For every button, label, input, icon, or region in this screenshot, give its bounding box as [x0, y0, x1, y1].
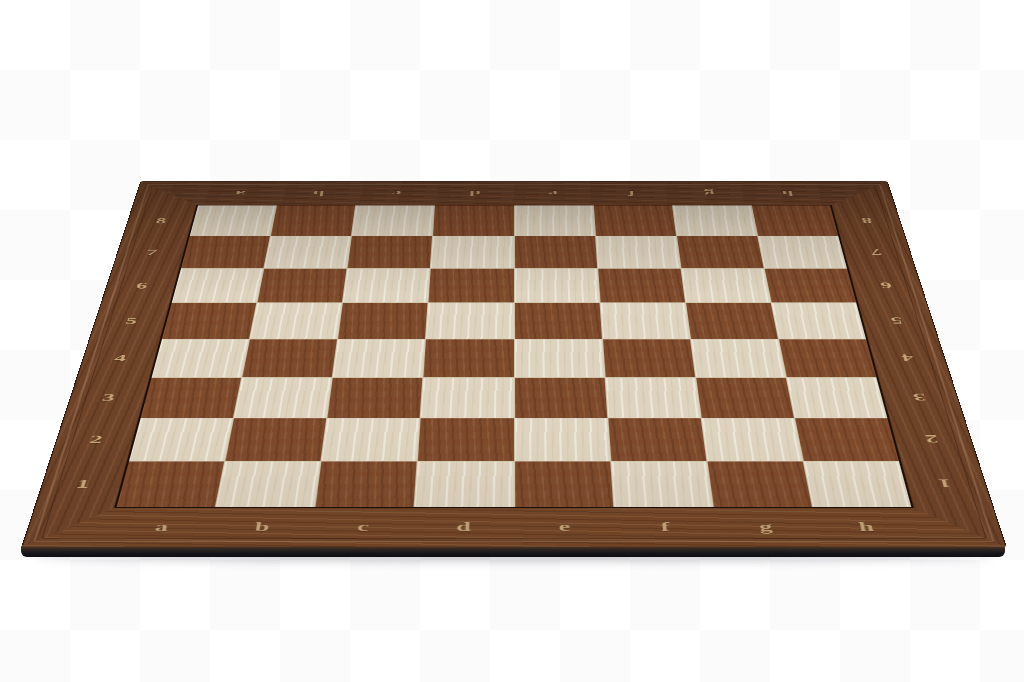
rank-label-right-5: 5 — [857, 303, 937, 339]
square-e8[interactable] — [514, 205, 594, 235]
square-a2[interactable] — [129, 418, 233, 461]
file-label-top-e: e — [514, 182, 593, 205]
square-f6[interactable] — [598, 269, 685, 303]
file-label-bottom-b: b — [208, 507, 315, 546]
square-b2[interactable] — [225, 418, 326, 461]
file-label-bottom-h: h — [812, 507, 922, 546]
square-d3[interactable] — [421, 378, 513, 418]
square-a7[interactable] — [181, 236, 270, 268]
file-label-bottom-g: g — [713, 507, 820, 546]
rank-label-right-4: 4 — [867, 339, 949, 377]
square-h3[interactable] — [787, 378, 888, 418]
square-b3[interactable] — [234, 378, 332, 418]
square-a8[interactable] — [190, 205, 276, 235]
square-f2[interactable] — [608, 418, 706, 461]
square-c3[interactable] — [328, 378, 423, 418]
file-label-bottom-e: e — [514, 507, 616, 546]
rank-label-left-1: 1 — [37, 461, 128, 507]
square-c5[interactable] — [338, 303, 428, 339]
square-a6[interactable] — [172, 269, 264, 303]
square-b5[interactable] — [250, 303, 342, 339]
file-label-top-g: g — [669, 182, 751, 205]
square-g2[interactable] — [701, 418, 802, 461]
file-label-bottom-d: d — [412, 507, 514, 546]
board-side-edge — [21, 546, 1005, 557]
square-e6[interactable] — [514, 269, 599, 303]
square-a3[interactable] — [141, 378, 242, 418]
square-a1[interactable] — [117, 461, 225, 506]
square-c1[interactable] — [316, 461, 417, 506]
square-d8[interactable] — [433, 205, 513, 235]
square-h5[interactable] — [772, 303, 866, 339]
square-b6[interactable] — [257, 269, 346, 303]
square-g1[interactable] — [707, 461, 811, 506]
rank-label-left-3: 3 — [65, 377, 150, 418]
square-c4[interactable] — [333, 339, 425, 377]
file-label-top-h: h — [746, 182, 830, 205]
square-h6[interactable] — [765, 269, 857, 303]
rank-label-left-4: 4 — [79, 339, 161, 377]
square-g3[interactable] — [696, 378, 794, 418]
square-a5[interactable] — [162, 303, 256, 339]
square-e5[interactable] — [514, 303, 601, 339]
file-label-bottom-f: f — [613, 507, 718, 546]
square-e2[interactable] — [515, 418, 610, 461]
square-d1[interactable] — [415, 461, 513, 506]
chessboard-3d-wrapper: abcdefgh abcdefgh 87654321 87654321 — [21, 181, 1007, 547]
square-h2[interactable] — [795, 418, 899, 461]
square-g7[interactable] — [677, 236, 764, 268]
square-g4[interactable] — [691, 339, 786, 377]
rank-label-left-8: 8 — [124, 205, 197, 236]
rank-label-right-7: 7 — [839, 236, 914, 268]
file-label-bottom-a: a — [106, 507, 216, 546]
square-b8[interactable] — [271, 205, 355, 235]
chessboard: abcdefgh abcdefgh 87654321 87654321 — [21, 181, 1007, 547]
square-d4[interactable] — [424, 339, 514, 377]
square-h8[interactable] — [752, 205, 838, 235]
square-h4[interactable] — [779, 339, 876, 377]
square-g5[interactable] — [686, 303, 778, 339]
square-e3[interactable] — [515, 378, 607, 418]
square-f8[interactable] — [594, 205, 676, 235]
square-d6[interactable] — [429, 269, 514, 303]
square-c8[interactable] — [352, 205, 434, 235]
square-c2[interactable] — [322, 418, 420, 461]
file-label-bottom-c: c — [310, 507, 415, 546]
rank-label-right-1: 1 — [900, 461, 991, 507]
square-f5[interactable] — [600, 303, 690, 339]
rank-label-right-3: 3 — [877, 377, 962, 418]
board-grid — [117, 205, 912, 506]
square-e1[interactable] — [515, 461, 613, 506]
square-g8[interactable] — [673, 205, 757, 235]
square-b7[interactable] — [264, 236, 351, 268]
rank-label-right-6: 6 — [848, 269, 925, 303]
square-d7[interactable] — [431, 236, 513, 268]
square-h1[interactable] — [804, 461, 912, 506]
rank-label-left-7: 7 — [114, 236, 189, 268]
file-label-top-f: f — [591, 182, 672, 205]
rank-label-left-2: 2 — [51, 418, 139, 461]
file-label-top-b: b — [277, 182, 359, 205]
square-h7[interactable] — [758, 236, 847, 268]
square-b1[interactable] — [216, 461, 320, 506]
rank-label-left-6: 6 — [103, 269, 180, 303]
file-label-top-c: c — [356, 182, 437, 205]
rank-label-left-5: 5 — [91, 303, 171, 339]
square-c6[interactable] — [343, 269, 430, 303]
square-e7[interactable] — [514, 236, 596, 268]
square-f7[interactable] — [596, 236, 681, 268]
rank-label-right-2: 2 — [888, 418, 976, 461]
file-labels-bottom: abcdefgh — [106, 507, 922, 546]
file-label-top-d: d — [435, 182, 514, 205]
square-f1[interactable] — [611, 461, 712, 506]
file-labels-top: abcdefgh — [198, 182, 830, 205]
file-label-top-a: a — [198, 182, 282, 205]
square-d2[interactable] — [418, 418, 513, 461]
square-b4[interactable] — [242, 339, 337, 377]
board-playing-area — [114, 205, 914, 508]
square-g6[interactable] — [681, 269, 770, 303]
square-a4[interactable] — [152, 339, 249, 377]
square-e4[interactable] — [515, 339, 605, 377]
square-f4[interactable] — [603, 339, 695, 377]
rank-label-right-8: 8 — [831, 205, 904, 236]
square-d5[interactable] — [426, 303, 513, 339]
square-c7[interactable] — [348, 236, 433, 268]
square-f3[interactable] — [605, 378, 700, 418]
photo-background: abcdefgh abcdefgh 87654321 87654321 — [0, 0, 1024, 682]
